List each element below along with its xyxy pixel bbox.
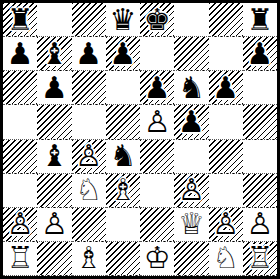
square-a6[interactable]: [3, 71, 37, 105]
square-b3[interactable]: [37, 174, 71, 208]
square-e5[interactable]: ♙: [140, 105, 174, 139]
square-c3[interactable]: ♘: [72, 174, 106, 208]
square-e4[interactable]: [140, 140, 174, 174]
square-c1[interactable]: ♗: [72, 242, 106, 276]
square-a7[interactable]: ♟: [3, 37, 37, 71]
black-pawn: ♟: [41, 73, 68, 103]
square-b4[interactable]: ♝: [37, 140, 71, 174]
square-h4[interactable]: [243, 140, 277, 174]
black-pawn: ♟: [212, 73, 239, 103]
square-b1[interactable]: [37, 242, 71, 276]
square-b6[interactable]: ♟: [37, 71, 71, 105]
square-d6[interactable]: [106, 71, 140, 105]
square-a2[interactable]: ♙: [3, 208, 37, 242]
black-rook: ♜: [7, 5, 34, 35]
white-pawn: ♙: [75, 141, 102, 171]
chess-board: ♜♛♚♜♟♝♟♟♟♟♟♞♟♙♟♝♙♞♘♗♙♙♙♕♙♙♖♗♔♘♖: [3, 3, 277, 276]
black-knight: ♞: [109, 141, 136, 171]
square-b2[interactable]: ♙: [37, 208, 71, 242]
black-pawn: ♟: [109, 39, 136, 69]
white-bishop: ♗: [75, 243, 102, 273]
white-bishop: ♗: [109, 175, 136, 205]
square-g1[interactable]: ♘: [209, 242, 243, 276]
black-bishop: ♝: [41, 141, 68, 171]
white-knight: ♘: [75, 175, 102, 205]
square-f2[interactable]: ♕: [174, 208, 208, 242]
square-c4[interactable]: ♙: [72, 140, 106, 174]
square-f1[interactable]: [174, 242, 208, 276]
white-pawn: ♙: [144, 107, 171, 137]
black-queen: ♛: [109, 5, 136, 35]
square-g7[interactable]: [209, 37, 243, 71]
square-b5[interactable]: [37, 105, 71, 139]
square-a5[interactable]: [3, 105, 37, 139]
square-d2[interactable]: [106, 208, 140, 242]
white-rook: ♖: [7, 243, 34, 273]
square-c5[interactable]: [72, 105, 106, 139]
black-bishop: ♝: [41, 39, 68, 69]
square-g8[interactable]: [209, 3, 243, 37]
square-h1[interactable]: ♖: [243, 242, 277, 276]
square-d4[interactable]: ♞: [106, 140, 140, 174]
square-h5[interactable]: [243, 105, 277, 139]
square-f7[interactable]: [174, 37, 208, 71]
square-a1[interactable]: ♖: [3, 242, 37, 276]
square-d1[interactable]: [106, 242, 140, 276]
square-h2[interactable]: ♙: [243, 208, 277, 242]
white-pawn: ♙: [7, 209, 34, 239]
white-rook: ♖: [246, 243, 273, 273]
square-g2[interactable]: ♙: [209, 208, 243, 242]
square-a4[interactable]: [3, 140, 37, 174]
white-queen: ♕: [178, 209, 205, 239]
square-b8[interactable]: [37, 3, 71, 37]
black-rook: ♜: [246, 5, 273, 35]
square-f4[interactable]: [174, 140, 208, 174]
black-pawn: ♟: [178, 107, 205, 137]
chess-board-frame: ♜♛♚♜♟♝♟♟♟♟♟♞♟♙♟♝♙♞♘♗♙♙♙♕♙♙♖♗♔♘♖: [0, 0, 280, 279]
square-g6[interactable]: ♟: [209, 71, 243, 105]
square-f8[interactable]: [174, 3, 208, 37]
square-c6[interactable]: [72, 71, 106, 105]
square-g5[interactable]: [209, 105, 243, 139]
square-a3[interactable]: [3, 174, 37, 208]
black-pawn: ♟: [7, 39, 34, 69]
white-pawn: ♙: [246, 209, 273, 239]
square-g3[interactable]: [209, 174, 243, 208]
black-pawn: ♟: [75, 39, 102, 69]
square-h7[interactable]: ♟: [243, 37, 277, 71]
white-knight: ♘: [212, 243, 239, 273]
white-pawn: ♙: [212, 209, 239, 239]
square-e2[interactable]: [140, 208, 174, 242]
square-g4[interactable]: [209, 140, 243, 174]
white-king: ♔: [144, 243, 171, 273]
square-d5[interactable]: [106, 105, 140, 139]
square-a8[interactable]: ♜: [3, 3, 37, 37]
black-pawn: ♟: [246, 39, 273, 69]
white-pawn: ♙: [41, 209, 68, 239]
square-h6[interactable]: [243, 71, 277, 105]
square-h3[interactable]: [243, 174, 277, 208]
square-e7[interactable]: [140, 37, 174, 71]
white-pawn: ♙: [178, 175, 205, 205]
square-h8[interactable]: ♜: [243, 3, 277, 37]
square-e6[interactable]: ♟: [140, 71, 174, 105]
square-f5[interactable]: ♟: [174, 105, 208, 139]
square-f3[interactable]: ♙: [174, 174, 208, 208]
square-b7[interactable]: ♝: [37, 37, 71, 71]
square-d8[interactable]: ♛: [106, 3, 140, 37]
square-f6[interactable]: ♞: [174, 71, 208, 105]
square-e1[interactable]: ♔: [140, 242, 174, 276]
square-d7[interactable]: ♟: [106, 37, 140, 71]
black-pawn: ♟: [144, 73, 171, 103]
square-c7[interactable]: ♟: [72, 37, 106, 71]
square-e8[interactable]: ♚: [140, 3, 174, 37]
square-d3[interactable]: ♗: [106, 174, 140, 208]
black-knight: ♞: [178, 73, 205, 103]
square-e3[interactable]: [140, 174, 174, 208]
square-c2[interactable]: [72, 208, 106, 242]
black-king: ♚: [144, 5, 171, 35]
square-c8[interactable]: [72, 3, 106, 37]
